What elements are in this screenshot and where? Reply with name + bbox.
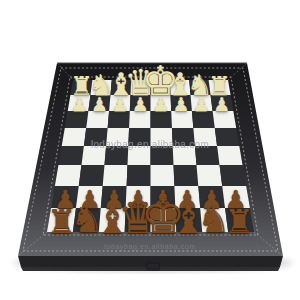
board-square — [197, 165, 223, 186]
board-square — [58, 146, 83, 165]
board-square — [79, 165, 105, 186]
chess-board — [0, 0, 300, 300]
board-square — [109, 95, 130, 111]
board-square — [65, 111, 89, 128]
board-square — [76, 186, 103, 208]
board-square — [225, 208, 254, 232]
board-square — [151, 186, 176, 208]
board-square — [220, 165, 247, 186]
board-square — [151, 80, 171, 95]
board-square — [151, 165, 175, 186]
board-square — [129, 111, 150, 128]
watermark-text: lodaybag.en.alibaba.com — [91, 139, 209, 150]
board-square — [103, 165, 128, 186]
board-square — [127, 165, 151, 186]
board-square — [151, 111, 172, 128]
board-square — [170, 80, 191, 95]
product-photo-stage: lodaybag.en.alibaba.com lodaybag.en.alib… — [0, 0, 300, 300]
board-square — [101, 186, 127, 208]
board-square — [215, 128, 240, 146]
board-square — [171, 111, 193, 128]
board-square — [222, 186, 250, 208]
board-square — [108, 111, 130, 128]
board-square — [174, 186, 200, 208]
board-square — [175, 208, 202, 232]
board-square — [151, 208, 177, 232]
board-square — [130, 80, 150, 95]
board-square — [130, 95, 151, 111]
board-square — [125, 208, 151, 232]
board-square — [110, 80, 131, 95]
board-square — [192, 111, 215, 128]
board-square — [99, 208, 126, 232]
clasp — [147, 263, 160, 270]
board-square — [191, 95, 213, 111]
board-square — [88, 95, 110, 111]
board-square — [51, 186, 79, 208]
board-square — [213, 111, 237, 128]
board-square — [62, 128, 87, 146]
board-square — [86, 111, 109, 128]
board-square — [151, 95, 172, 111]
board-square — [90, 80, 111, 95]
board-square — [209, 80, 231, 95]
board-square — [73, 208, 101, 232]
frame-embossed-watermark: lodaybag.en.alibaba.com — [104, 243, 196, 250]
board-square — [211, 95, 234, 111]
board-square — [126, 186, 151, 208]
board-square — [200, 208, 228, 232]
board-square — [174, 165, 199, 186]
board-square — [217, 146, 242, 165]
board-square — [171, 95, 192, 111]
board-square — [198, 186, 225, 208]
board-square — [189, 80, 210, 95]
board-square — [55, 165, 82, 186]
board-square — [47, 208, 76, 232]
board-square — [70, 80, 92, 95]
board-square — [68, 95, 91, 111]
